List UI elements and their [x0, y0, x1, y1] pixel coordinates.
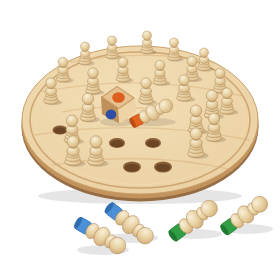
peg-hole[interactable]: [53, 126, 68, 135]
standing-peg[interactable]: [198, 48, 214, 72]
standing-peg[interactable]: [168, 38, 184, 62]
peg-hole[interactable]: [145, 138, 161, 148]
photo-canvas: [0, 0, 280, 280]
die-orange-dot: [112, 92, 125, 102]
peg-hole[interactable]: [123, 162, 141, 173]
die-blue-dot: [106, 110, 117, 120]
peg-hole[interactable]: [109, 138, 125, 148]
peg-hole[interactable]: [154, 162, 172, 173]
memory-game-photo: [0, 0, 280, 280]
standing-peg[interactable]: [141, 31, 157, 55]
